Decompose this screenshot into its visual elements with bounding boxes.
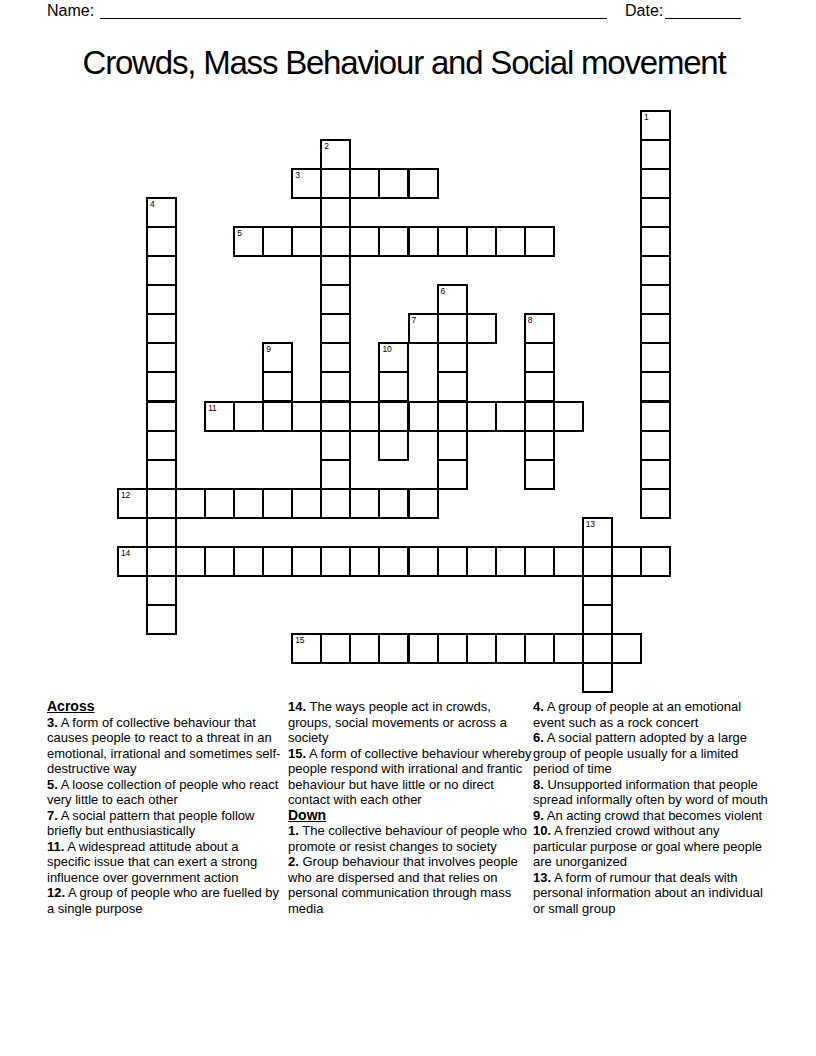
crossword-cell[interactable] [320,488,351,519]
crossword-cell[interactable] [378,488,409,519]
crossword-cell[interactable] [349,168,380,199]
cell-number: 14 [121,548,130,558]
cell-number: 8 [528,315,533,325]
crossword-cell[interactable] [437,226,468,257]
crossword-cell[interactable] [349,633,380,664]
crossword-cell[interactable] [320,197,351,228]
crossword-cell[interactable] [640,139,671,170]
crossword-cell[interactable] [524,401,555,432]
crossword-cell[interactable] [320,313,351,344]
crossword-cell[interactable] [524,430,555,461]
crossword-cell[interactable] [204,488,235,519]
crossword-cell[interactable] [640,197,671,228]
clue-column-2: 14. The ways people act in crowds, group… [288,699,535,916]
crossword-cell[interactable] [466,633,497,664]
clue-number: 11. [47,839,64,854]
crossword-cell[interactable] [408,546,439,577]
crossword-cell[interactable] [349,488,380,519]
crossword-cell[interactable] [495,226,526,257]
crossword-cell[interactable] [640,226,671,257]
date-line [665,3,741,19]
clue: 1. The collective behaviour of people wh… [288,823,535,854]
crossword-cell[interactable] [524,633,555,664]
crossword-cell[interactable] [640,342,671,373]
cell-number: 15 [295,635,304,645]
crossword-cell[interactable] [640,371,671,402]
crossword-cell[interactable] [466,226,497,257]
clue-number: 12. [47,885,65,900]
crossword-cell[interactable]: 9 [262,342,293,373]
crossword-cell[interactable] [408,168,439,199]
crossword-cell[interactable] [291,401,322,432]
clue: 6. A social pattern adopted by a large g… [533,730,773,777]
crossword-cell[interactable]: 5 [233,226,264,257]
crossword-cell[interactable] [175,488,206,519]
clue-number: 10. [533,823,551,838]
clue-number: 2. [288,854,299,869]
crossword-cell[interactable] [611,546,642,577]
crossword-cell[interactable] [233,401,264,432]
clue: 13. A form of rumour that deals with per… [533,870,773,917]
clue: 3. A form of collective behaviour that c… [47,715,284,777]
crossword-cell[interactable] [378,226,409,257]
crossword-cell[interactable] [320,430,351,461]
crossword-cell[interactable] [146,430,177,461]
crossword-cell[interactable] [640,284,671,315]
clue-column-3: 4. A group of people at an emotional eve… [533,699,773,916]
crossword-cell[interactable] [146,313,177,344]
crossword-cell[interactable] [437,401,468,432]
crossword-cell[interactable] [524,459,555,490]
crossword-cell[interactable] [524,226,555,257]
crossword-cell[interactable] [582,575,613,606]
crossword-cell[interactable] [466,401,497,432]
crossword-cell[interactable] [291,488,322,519]
cell-number: 13 [586,519,595,529]
clue: 10. A frenzied crowd without any particu… [533,823,773,870]
cell-number: 2 [324,141,329,151]
crossword-cell[interactable] [146,255,177,286]
crossword-cell[interactable] [378,546,409,577]
crossword-cell[interactable]: 3 [291,168,322,199]
crossword-cell[interactable] [553,401,584,432]
crossword-cell[interactable] [437,342,468,373]
crossword-cell[interactable] [320,371,351,402]
crossword-cell[interactable] [146,342,177,373]
crossword-cell[interactable] [582,662,613,693]
crossword-cell[interactable]: 13 [582,517,613,548]
crossword-cell[interactable] [320,401,351,432]
crossword-cell[interactable] [437,633,468,664]
crossword-cell[interactable] [349,546,380,577]
crossword-cell[interactable] [146,604,177,635]
crossword-cell[interactable] [378,401,409,432]
crossword-cell[interactable] [291,226,322,257]
crossword-cell[interactable] [378,371,409,402]
clue-number: 7. [47,808,58,823]
clue: 9. An acting crowd that becomes violent [533,808,773,824]
crossword-cell[interactable] [582,633,613,664]
clue: 7. A social pattern that people follow b… [47,808,284,839]
crossword-cell[interactable]: 12 [117,488,148,519]
cell-number: 1 [644,112,649,122]
crossword-cell[interactable] [349,401,380,432]
crossword-cell[interactable] [378,633,409,664]
crossword-cell[interactable] [524,371,555,402]
crossword-cell[interactable]: 14 [117,546,148,577]
clue: 15. A form of collective behaviour where… [288,746,535,808]
crossword-cell[interactable] [495,546,526,577]
clue-number: 5. [47,777,58,792]
crossword-cell[interactable] [291,546,322,577]
crossword-cell[interactable] [640,488,671,519]
clue-number: 6. [533,730,544,745]
cell-number: 9 [266,344,271,354]
crossword-cell[interactable] [320,459,351,490]
crossword-cell[interactable] [262,226,293,257]
crossword-cell[interactable] [495,401,526,432]
cell-number: 3 [295,170,300,180]
name-line [100,3,607,19]
clue-number: 13. [533,870,551,885]
clue: 2. Group behaviour that involves people … [288,854,535,916]
name-label: Name: [47,2,94,20]
crossword-cell[interactable] [320,633,351,664]
page-title: Crowds, Mass Behaviour and Social moveme… [0,44,808,82]
crossword-cell[interactable] [524,546,555,577]
clue: 14. The ways people act in crowds, group… [288,699,535,746]
crossword-cell[interactable] [437,430,468,461]
crossword-cell[interactable] [640,401,671,432]
crossword-cell[interactable]: 1 [640,110,671,141]
crossword-cell[interactable] [640,546,671,577]
crossword-cell[interactable] [640,168,671,199]
crossword-cell[interactable] [320,255,351,286]
crossword-cell[interactable] [233,488,264,519]
crossword-cell[interactable] [437,371,468,402]
crossword-cell[interactable] [146,284,177,315]
cell-number: 4 [150,199,155,209]
cell-number: 5 [237,228,242,238]
crossword-cell[interactable] [146,226,177,257]
crossword-cell[interactable] [495,633,526,664]
crossword-cell[interactable]: 2 [320,139,351,170]
crossword-cell[interactable]: 7 [408,313,439,344]
cell-number: 12 [121,490,130,500]
crossword-cell[interactable] [204,546,235,577]
crossword-cell[interactable] [146,488,177,519]
cell-number: 10 [382,344,391,354]
crossword-grid: 123456789101112131415 [117,110,672,693]
clue: 8. Unsupported information that people s… [533,777,773,808]
crossword-cell[interactable] [640,430,671,461]
crossword-cell[interactable] [175,546,206,577]
clue: 11. A widespread attitude about a specif… [47,839,284,886]
crossword-cell[interactable] [640,313,671,344]
crossword-cell[interactable] [146,459,177,490]
crossword-cell[interactable] [378,168,409,199]
crossword-cell[interactable] [466,546,497,577]
crossword-cell[interactable] [640,255,671,286]
crossword-cell[interactable] [408,488,439,519]
clue: 12. A group of people who are fuelled by… [47,885,284,916]
crossword-cell[interactable]: 6 [437,284,468,315]
clue-number: 14. [288,699,306,714]
clue-number: 1. [288,823,299,838]
crossword-cell[interactable] [320,284,351,315]
clue-number: 8. [533,777,544,792]
clue-number: 3. [47,715,58,730]
clue-number: 9. [533,808,544,823]
crossword-cell[interactable] [262,488,293,519]
crossword-cell[interactable] [582,546,613,577]
crossword-cell[interactable] [262,546,293,577]
crossword-cell[interactable] [146,546,177,577]
crossword-cell[interactable] [466,313,497,344]
clues-across-header: Across [47,699,284,715]
clue: 4. A group of people at an emotional eve… [533,699,773,730]
date-label: Date: [625,2,663,20]
crossword-cell[interactable] [146,371,177,402]
crossword-cell[interactable] [262,401,293,432]
crossword-cell[interactable] [437,546,468,577]
crossword-cell[interactable] [146,401,177,432]
crossword-cell[interactable] [233,546,264,577]
crossword-cell[interactable] [582,604,613,635]
clues-down-header: Down [288,808,535,824]
clue-number: 15. [288,746,306,761]
crossword-cell[interactable]: 15 [291,633,322,664]
crossword-cell[interactable]: 8 [524,313,555,344]
clue: 5. A loose collection of people who reac… [47,777,284,808]
crossword-cell[interactable] [408,401,439,432]
crossword-cell[interactable]: 4 [146,197,177,228]
crossword-cell[interactable] [553,546,584,577]
crossword-cell[interactable] [611,633,642,664]
cell-number: 7 [412,315,417,325]
crossword-cell[interactable]: 10 [378,342,409,373]
cell-number: 6 [441,286,446,296]
crossword-cell[interactable] [553,633,584,664]
crossword-cell[interactable] [437,313,468,344]
crossword-cell[interactable] [320,226,351,257]
crossword-cell[interactable] [524,342,555,373]
crossword-cell[interactable] [437,459,468,490]
crossword-cell[interactable] [320,342,351,373]
crossword-cell[interactable] [146,517,177,548]
crossword-cell[interactable]: 11 [204,401,235,432]
clue-column-1: Across3. A form of collective behaviour … [47,699,284,916]
crossword-cell[interactable] [349,226,380,257]
crossword-cell[interactable] [408,226,439,257]
crossword-cell[interactable] [320,546,351,577]
crossword-cell[interactable] [640,459,671,490]
crossword-cell[interactable] [146,575,177,606]
cell-number: 11 [208,403,216,413]
crossword-cell[interactable] [262,371,293,402]
crossword-cell[interactable] [378,430,409,461]
crossword-cell[interactable] [408,633,439,664]
crossword-cell[interactable] [320,168,351,199]
clue-number: 4. [533,699,544,714]
